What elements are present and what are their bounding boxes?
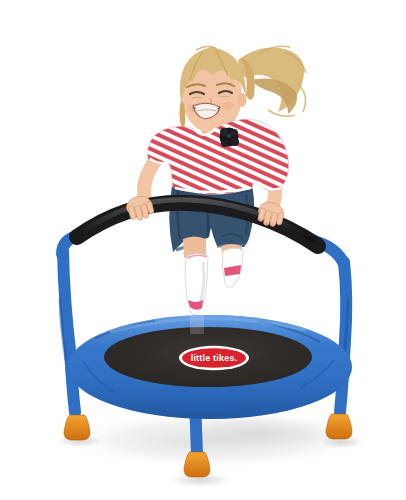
girl-right-arm: [144, 158, 157, 203]
shirt: [148, 119, 289, 194]
right-foot: [326, 414, 352, 439]
left-foot: [64, 415, 90, 440]
trampoline-bed: little tikes.: [68, 314, 352, 419]
girl: [144, 46, 306, 315]
logo-text: little tikes.: [191, 353, 238, 363]
center-foot: [184, 452, 210, 477]
product-photo: little tikes.: [0, 0, 406, 500]
socks: [185, 248, 243, 315]
scene-canvas: little tikes.: [0, 0, 406, 500]
flower-pin: [220, 128, 240, 148]
right-cheek-blush: [222, 102, 234, 110]
brand-logo: little tikes.: [179, 346, 249, 371]
mouth-corner-left: [193, 107, 195, 109]
left-handlebar-post: [63, 252, 75, 412]
right-ear: [238, 93, 247, 107]
shirt-body: [148, 119, 289, 194]
mouth-corner-right: [217, 107, 219, 109]
sock-motion-blur: [190, 314, 204, 334]
